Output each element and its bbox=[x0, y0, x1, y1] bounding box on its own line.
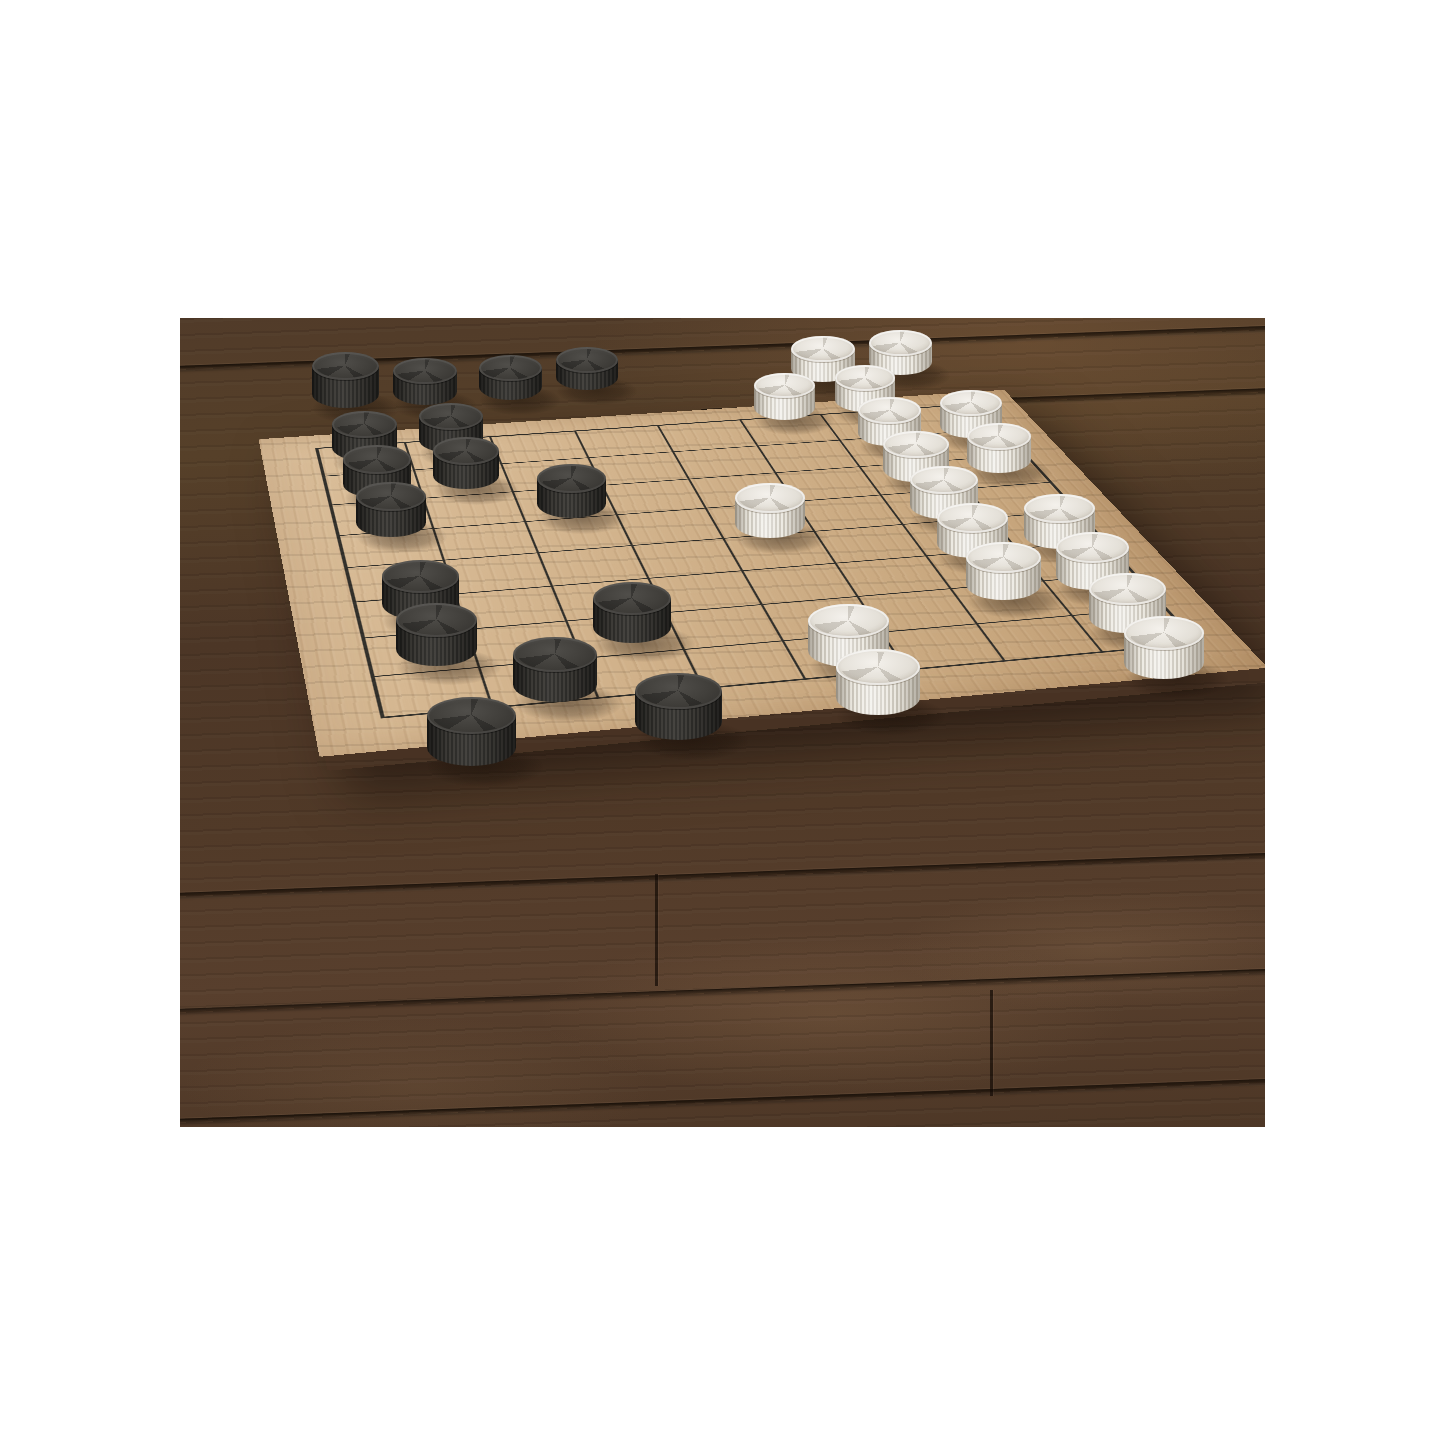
white-piece-top bbox=[910, 466, 978, 495]
plank-joint bbox=[990, 990, 993, 1096]
black-piece-r5c2 bbox=[593, 582, 672, 660]
white-piece-top bbox=[869, 330, 932, 357]
white-piece-top bbox=[808, 604, 888, 638]
black-piece-top bbox=[479, 355, 542, 382]
white-piece-top bbox=[966, 542, 1041, 573]
black-piece-r6c1 bbox=[513, 637, 597, 720]
plank-seam bbox=[180, 850, 1265, 899]
black-piece-r7c0 bbox=[427, 697, 516, 785]
white-piece-top bbox=[1124, 616, 1205, 650]
board-cell-r5c4 bbox=[742, 563, 857, 605]
black-piece-r2c0 bbox=[356, 482, 427, 552]
white-piece-top bbox=[937, 503, 1008, 533]
white-piece-top bbox=[835, 365, 895, 390]
black-piece-r1c1 bbox=[433, 437, 500, 503]
board-cell-r0c3 bbox=[575, 426, 673, 458]
captured-black-piece-4 bbox=[556, 347, 618, 403]
black-piece-top bbox=[396, 603, 477, 637]
black-piece-r7c2 bbox=[635, 673, 722, 759]
board-cell-r0c2 bbox=[490, 431, 588, 463]
white-piece-top bbox=[858, 397, 921, 423]
white-piece-top bbox=[967, 423, 1032, 450]
board-cell-r4c1 bbox=[443, 553, 552, 594]
screenshot-stage bbox=[0, 0, 1445, 1445]
black-piece-top bbox=[382, 560, 459, 592]
board-cell-r3c1 bbox=[433, 521, 538, 560]
plank-seam bbox=[180, 966, 1265, 1015]
white-piece-r5c6 bbox=[966, 542, 1041, 616]
rendered-scene-photo bbox=[180, 318, 1265, 1127]
white-piece-r0c5 bbox=[754, 373, 815, 434]
board-cell-r0c4 bbox=[658, 420, 757, 452]
black-piece-top bbox=[343, 445, 411, 473]
captured-black-piece-3 bbox=[479, 355, 542, 414]
board-cell-r4c3 bbox=[631, 538, 742, 578]
white-piece-top bbox=[735, 483, 805, 512]
black-piece-r2c2 bbox=[537, 464, 606, 532]
plank-seam bbox=[180, 1076, 1265, 1125]
white-piece-top bbox=[1089, 573, 1166, 605]
plank-joint bbox=[655, 874, 658, 986]
board-cell-r5c5 bbox=[835, 556, 951, 597]
black-piece-r5c0 bbox=[396, 603, 477, 683]
black-piece-top bbox=[356, 482, 427, 512]
board-cell-r7c6 bbox=[977, 615, 1102, 660]
white-piece-r7c7 bbox=[1124, 616, 1205, 696]
white-piece-top bbox=[883, 431, 949, 459]
black-piece-top bbox=[427, 697, 516, 735]
white-piece-top bbox=[1024, 494, 1094, 524]
black-piece-top bbox=[332, 411, 397, 438]
black-piece-top bbox=[593, 582, 672, 615]
white-piece-r3c4 bbox=[735, 483, 805, 552]
white-piece-r7c4 bbox=[836, 649, 920, 732]
black-piece-top bbox=[433, 437, 500, 465]
board-cell-r4c2 bbox=[538, 546, 648, 586]
black-piece-top bbox=[419, 403, 483, 430]
black-piece-top bbox=[635, 673, 722, 709]
white-piece-top bbox=[836, 649, 920, 684]
board-cell-r1c5 bbox=[757, 440, 860, 473]
black-piece-top bbox=[513, 637, 597, 672]
board-cell-r1c4 bbox=[673, 446, 775, 479]
black-piece-top bbox=[312, 352, 379, 380]
black-piece-top bbox=[556, 347, 618, 373]
black-piece-top bbox=[537, 464, 606, 493]
board-cell-r3c3 bbox=[616, 508, 723, 546]
white-piece-top bbox=[940, 390, 1002, 416]
